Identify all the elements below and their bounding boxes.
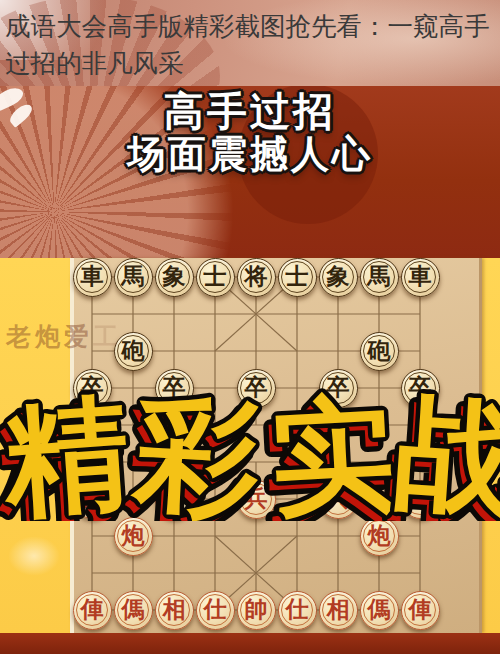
piece-red-兵[interactable]: 兵 — [319, 480, 358, 519]
banner-headline: 高手过招 — [0, 89, 500, 133]
footer-strip — [0, 633, 500, 654]
piece-red-相[interactable]: 相 — [155, 591, 194, 630]
piece-black-車[interactable]: 車 — [401, 258, 440, 297]
piece-black-卒[interactable]: 卒 — [319, 369, 358, 408]
piece-red-兵[interactable]: 兵 — [73, 480, 112, 519]
piece-black-卒[interactable]: 卒 — [401, 369, 440, 408]
piece-black-士[interactable]: 士 — [278, 258, 317, 297]
piece-black-卒[interactable]: 卒 — [73, 369, 112, 408]
piece-red-仕[interactable]: 仕 — [278, 591, 317, 630]
piece-black-卒[interactable]: 卒 — [237, 369, 276, 408]
piece-red-帥[interactable]: 帥 — [237, 591, 276, 630]
piece-black-車[interactable]: 車 — [73, 258, 112, 297]
article-title: 成语大会高手版精彩截图抢先看：一窥高手过招的非凡风采 — [5, 8, 497, 82]
piece-red-相[interactable]: 相 — [319, 591, 358, 630]
piece-red-炮[interactable]: 炮 — [114, 517, 153, 556]
piece-red-兵[interactable]: 兵 — [401, 480, 440, 519]
piece-red-仕[interactable]: 仕 — [196, 591, 235, 630]
piece-black-馬[interactable]: 馬 — [114, 258, 153, 297]
piece-red-俥[interactable]: 俥 — [73, 591, 112, 630]
piece-black-馬[interactable]: 馬 — [360, 258, 399, 297]
piece-red-兵[interactable]: 兵 — [237, 480, 276, 519]
piece-black-卒[interactable]: 卒 — [155, 369, 194, 408]
piece-red-傌[interactable]: 傌 — [114, 591, 153, 630]
watermark: 老炮爱工 — [6, 320, 122, 353]
piece-red-俥[interactable]: 俥 — [401, 591, 440, 630]
piece-black-象[interactable]: 象 — [319, 258, 358, 297]
piece-black-将[interactable]: 将 — [237, 258, 276, 297]
promo-banner: 高手过招 场面震撼人心 — [0, 86, 500, 258]
piece-black-象[interactable]: 象 — [155, 258, 194, 297]
piece-black-士[interactable]: 士 — [196, 258, 235, 297]
piece-black-砲[interactable]: 砲 — [360, 332, 399, 371]
article-screenshot: 成语大会高手版精彩截图抢先看：一窥高手过招的非凡风采 高手过招 场面震撼人心 車… — [0, 0, 500, 654]
piece-red-炮[interactable]: 炮 — [360, 517, 399, 556]
piece-red-傌[interactable]: 傌 — [360, 591, 399, 630]
piece-red-兵[interactable]: 兵 — [155, 480, 194, 519]
banner-subheadline: 场面震撼人心 — [0, 133, 500, 175]
board-grid — [0, 258, 500, 633]
game-screenshot: 車馬象士将士象馬車砲砲卒卒卒卒卒兵兵兵兵兵炮炮俥傌相仕帥仕相傌俥 老炮爱工 — [0, 258, 500, 633]
article-title-bar: 成语大会高手版精彩截图抢先看：一窥高手过招的非凡风采 — [0, 0, 500, 86]
